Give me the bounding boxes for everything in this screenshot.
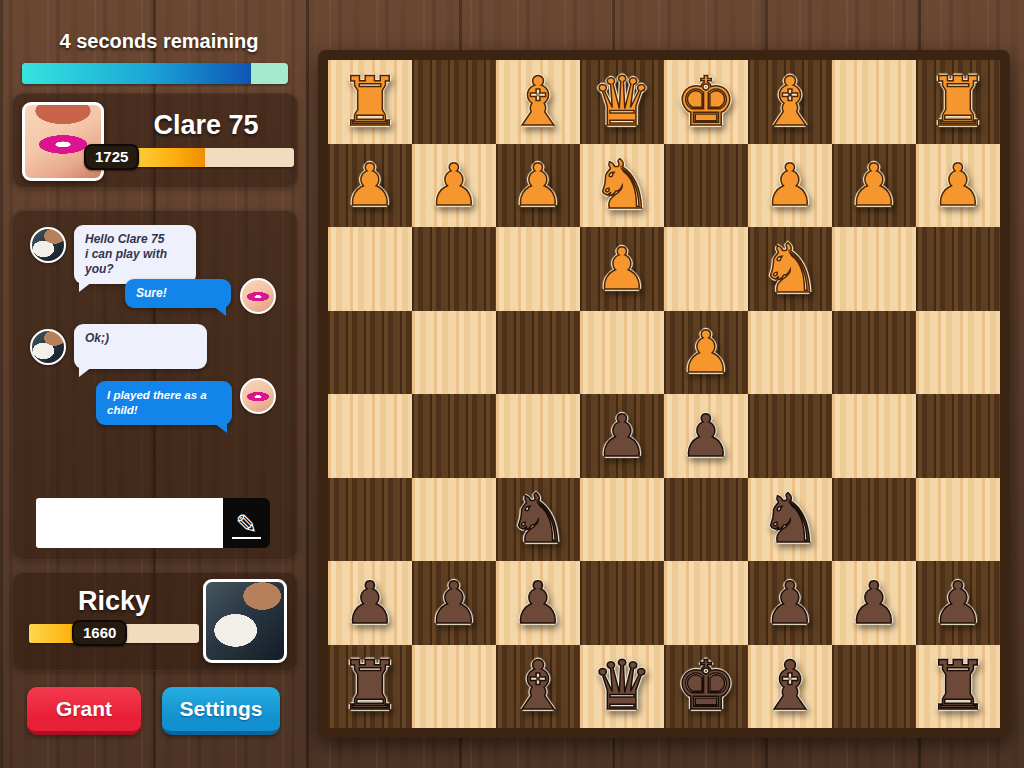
black-knight-d7: ♞ [580, 144, 664, 228]
pencil-icon-underline [232, 537, 261, 539]
white-pawn-a2: ♟ [328, 561, 412, 645]
square-e4[interactable]: ♟ [664, 394, 748, 478]
square-b3[interactable] [412, 478, 496, 562]
chess-board: ♜♝♛♚♝♜♟♟♟♞♟♟♟♟♞♟♟♟♞♞♟♟♟♟♟♟♜♝♛♚♝♜ [318, 50, 1010, 738]
white-bishop-c1: ♝ [496, 645, 580, 729]
square-f5[interactable] [748, 311, 832, 395]
chat-message-line: I played there as a child! [107, 389, 207, 416]
black-queen-d8: ♛ [580, 60, 664, 144]
square-f7[interactable]: ♟ [748, 144, 832, 228]
white-knight-f3: ♞ [748, 478, 832, 562]
square-b6[interactable] [412, 227, 496, 311]
square-d8[interactable]: ♛ [580, 60, 664, 144]
square-b8[interactable] [412, 60, 496, 144]
chat-avatar-opponent [30, 329, 66, 365]
square-g3[interactable] [832, 478, 916, 562]
white-pawn-f2: ♟ [748, 561, 832, 645]
chat-message-line: Hello Clare 75 [85, 232, 164, 246]
white-king-e1: ♚ [664, 645, 748, 729]
square-c8[interactable]: ♝ [496, 60, 580, 144]
square-g8[interactable] [832, 60, 916, 144]
chat-avatar-opponent [30, 227, 66, 263]
black-pawn-a7: ♟ [328, 144, 412, 228]
chat-message: Sure! [125, 279, 231, 308]
square-c4[interactable] [496, 394, 580, 478]
white-rook-a1: ♜ [328, 645, 412, 729]
square-a4[interactable] [328, 394, 412, 478]
square-c7[interactable]: ♟ [496, 144, 580, 228]
square-g2[interactable]: ♟ [832, 561, 916, 645]
white-pawn-c2: ♟ [496, 561, 580, 645]
square-c1[interactable]: ♝ [496, 645, 580, 729]
square-c2[interactable]: ♟ [496, 561, 580, 645]
self-rating-badge: 1660 [72, 620, 127, 646]
white-pawn-b2: ♟ [412, 561, 496, 645]
square-a1[interactable]: ♜ [328, 645, 412, 729]
opponent-player-panel: Clare 75 1725 [12, 93, 298, 188]
self-player-panel: Ricky 1660 [12, 572, 298, 671]
square-e5[interactable]: ♟ [664, 311, 748, 395]
square-d4[interactable]: ♟ [580, 394, 664, 478]
black-pawn-e5: ♟ [664, 311, 748, 395]
white-queen-d1: ♛ [580, 645, 664, 729]
square-f3[interactable]: ♞ [748, 478, 832, 562]
square-e3[interactable] [664, 478, 748, 562]
black-pawn-d6: ♟ [580, 227, 664, 311]
square-b2[interactable]: ♟ [412, 561, 496, 645]
square-g7[interactable]: ♟ [832, 144, 916, 228]
square-b1[interactable] [412, 645, 496, 729]
square-a6[interactable] [328, 227, 412, 311]
square-d2[interactable] [580, 561, 664, 645]
square-e7[interactable] [664, 144, 748, 228]
chat-message-line: i can play with you? [85, 247, 167, 276]
white-pawn-e4: ♟ [664, 394, 748, 478]
square-g5[interactable] [832, 311, 916, 395]
square-f2[interactable]: ♟ [748, 561, 832, 645]
square-d6[interactable]: ♟ [580, 227, 664, 311]
black-king-e8: ♚ [664, 60, 748, 144]
white-bishop-f1: ♝ [748, 645, 832, 729]
square-f1[interactable]: ♝ [748, 645, 832, 729]
black-pawn-f7: ♟ [748, 144, 832, 228]
square-c3[interactable]: ♞ [496, 478, 580, 562]
black-pawn-b7: ♟ [412, 144, 496, 228]
opponent-rating-badge: 1725 [84, 144, 139, 170]
square-d7[interactable]: ♞ [580, 144, 664, 228]
self-avatar [203, 579, 287, 663]
app-background: 4 seconds remaining Clare 75 1725 Hello … [0, 0, 1024, 768]
square-b5[interactable] [412, 311, 496, 395]
black-pawn-c7: ♟ [496, 144, 580, 228]
self-name: Ricky [30, 586, 198, 617]
send-message-button[interactable]: ✎ [223, 498, 270, 548]
square-h8[interactable]: ♜ [916, 60, 1000, 144]
square-e2[interactable] [664, 561, 748, 645]
square-h3[interactable] [916, 478, 1000, 562]
chat-message-line: Sure! [136, 286, 167, 300]
black-bishop-f8: ♝ [748, 60, 832, 144]
square-a7[interactable]: ♟ [328, 144, 412, 228]
black-rook-h8: ♜ [916, 60, 1000, 144]
square-f6[interactable]: ♞ [748, 227, 832, 311]
black-pawn-g7: ♟ [832, 144, 916, 228]
black-knight-f6: ♞ [748, 227, 832, 311]
square-a8[interactable]: ♜ [328, 60, 412, 144]
square-a5[interactable] [328, 311, 412, 395]
chat-message-line: Ok;) [85, 331, 109, 345]
square-f4[interactable] [748, 394, 832, 478]
black-pawn-h7: ♟ [916, 144, 1000, 228]
white-pawn-g2: ♟ [832, 561, 916, 645]
grant-button[interactable]: Grant [27, 687, 141, 735]
black-rook-a8: ♜ [328, 60, 412, 144]
timer-progress-bar [22, 63, 288, 84]
square-h2[interactable]: ♟ [916, 561, 1000, 645]
square-c5[interactable] [496, 311, 580, 395]
square-h6[interactable] [916, 227, 1000, 311]
timer-progress-fill [22, 63, 251, 84]
square-b4[interactable] [412, 394, 496, 478]
square-e6[interactable] [664, 227, 748, 311]
white-rook-h1: ♜ [916, 645, 1000, 729]
white-pawn-d4: ♟ [580, 394, 664, 478]
square-g6[interactable] [832, 227, 916, 311]
square-h5[interactable] [916, 311, 1000, 395]
opponent-name: Clare 75 [116, 110, 296, 141]
chat-message: I played there as a child! [96, 381, 232, 425]
square-f8[interactable]: ♝ [748, 60, 832, 144]
timer-text: 4 seconds remaining [8, 30, 310, 53]
square-h7[interactable]: ♟ [916, 144, 1000, 228]
chat-message: Ok;) [74, 324, 207, 369]
opponent-rating-bar [122, 148, 294, 167]
chat-input[interactable] [36, 498, 223, 548]
square-g4[interactable] [832, 394, 916, 478]
square-h4[interactable] [916, 394, 1000, 478]
settings-button[interactable]: Settings [162, 687, 280, 735]
square-g1[interactable] [832, 645, 916, 729]
square-d1[interactable]: ♛ [580, 645, 664, 729]
square-h1[interactable]: ♜ [916, 645, 1000, 729]
square-d3[interactable] [580, 478, 664, 562]
square-c6[interactable] [496, 227, 580, 311]
square-b7[interactable]: ♟ [412, 144, 496, 228]
chat-avatar-self [240, 278, 276, 314]
square-e8[interactable]: ♚ [664, 60, 748, 144]
square-e1[interactable]: ♚ [664, 645, 748, 729]
black-bishop-c8: ♝ [496, 60, 580, 144]
chat-message: Hello Clare 75 i can play with you? [74, 225, 196, 284]
chat-avatar-self [240, 378, 276, 414]
square-d5[interactable] [580, 311, 664, 395]
white-pawn-h2: ♟ [916, 561, 1000, 645]
chat-panel: Hello Clare 75 i can play with you? Sure… [12, 210, 298, 560]
square-a2[interactable]: ♟ [328, 561, 412, 645]
square-a3[interactable] [328, 478, 412, 562]
white-knight-c3: ♞ [496, 478, 580, 562]
